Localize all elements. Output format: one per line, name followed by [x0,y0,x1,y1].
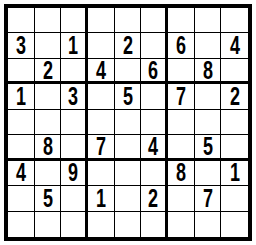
sudoku-cell[interactable]: 9 [61,161,88,186]
sudoku-cell[interactable] [35,33,62,58]
sudoku-cell[interactable]: 1 [8,84,35,109]
sudoku-cell[interactable]: 8 [195,59,222,84]
sudoku-cell[interactable] [168,8,195,33]
sudoku-cell[interactable] [61,135,88,160]
sudoku-cell[interactable] [88,110,115,135]
given-digit: 2 [148,186,158,211]
given-digit: 7 [202,186,212,211]
sudoku-page: 31264246813572874549815127 [0,0,256,245]
sudoku-cell[interactable] [115,110,142,135]
sudoku-cell[interactable] [8,59,35,84]
sudoku-cell[interactable]: 7 [168,84,195,109]
sudoku-cell[interactable]: 5 [195,135,222,160]
given-digit: 4 [96,59,106,83]
sudoku-cell[interactable] [61,8,88,33]
given-digit: 5 [42,186,52,211]
given-digit: 6 [176,33,186,58]
sudoku-cell[interactable] [115,8,142,33]
sudoku-cell[interactable] [115,135,142,160]
sudoku-cell[interactable] [61,110,88,135]
sudoku-cell[interactable] [195,110,222,135]
given-digit: 4 [230,33,240,58]
sudoku-cell[interactable] [8,110,35,135]
sudoku-cell[interactable] [35,212,62,237]
sudoku-cell[interactable] [168,186,195,211]
sudoku-cell[interactable] [141,8,168,33]
sudoku-cell[interactable] [195,33,222,58]
sudoku-cell[interactable]: 4 [141,135,168,160]
given-digit: 4 [148,135,158,159]
sudoku-cell[interactable]: 1 [88,186,115,211]
sudoku-cell[interactable]: 8 [35,135,62,160]
sudoku-cell[interactable] [115,161,142,186]
sudoku-cell[interactable]: 4 [88,59,115,84]
given-digit: 2 [122,33,132,58]
given-digit: 8 [176,161,186,186]
sudoku-cell[interactable] [8,8,35,33]
given-digit: 5 [122,84,132,109]
sudoku-cell[interactable]: 8 [168,161,195,186]
sudoku-cell[interactable]: 4 [8,161,35,186]
given-digit: 4 [16,161,26,186]
sudoku-cell[interactable] [61,212,88,237]
sudoku-cell[interactable] [141,33,168,58]
given-digit: 3 [68,84,78,109]
sudoku-cell[interactable] [141,110,168,135]
sudoku-cell[interactable]: 7 [195,186,222,211]
sudoku-cell[interactable] [221,59,248,84]
sudoku-cell[interactable] [61,186,88,211]
sudoku-cell[interactable] [35,161,62,186]
sudoku-cell[interactable]: 1 [221,161,248,186]
given-digit: 1 [230,161,240,186]
sudoku-cell[interactable] [61,59,88,84]
given-digit: 5 [202,135,212,159]
sudoku-cell[interactable] [168,110,195,135]
given-digit: 7 [176,84,186,109]
sudoku-cell[interactable] [88,84,115,109]
sudoku-cell[interactable] [115,59,142,84]
sudoku-cell[interactable]: 4 [221,33,248,58]
sudoku-cell[interactable]: 7 [88,135,115,160]
sudoku-cell[interactable] [168,212,195,237]
sudoku-cell[interactable] [35,8,62,33]
sudoku-cell[interactable]: 6 [141,59,168,84]
sudoku-cell[interactable] [221,8,248,33]
sudoku-cell[interactable] [195,8,222,33]
sudoku-cell[interactable]: 2 [115,33,142,58]
sudoku-cell[interactable] [195,212,222,237]
sudoku-cell[interactable] [168,59,195,84]
sudoku-cell[interactable] [195,84,222,109]
sudoku-cell[interactable] [141,84,168,109]
sudoku-cell[interactable] [221,135,248,160]
sudoku-cell[interactable]: 2 [221,84,248,109]
sudoku-cell[interactable]: 3 [61,84,88,109]
sudoku-cell[interactable] [88,8,115,33]
sudoku-cell[interactable] [35,110,62,135]
sudoku-cell[interactable] [35,84,62,109]
sudoku-cell[interactable]: 5 [115,84,142,109]
sudoku-cell[interactable] [115,212,142,237]
sudoku-cell[interactable] [221,110,248,135]
sudoku-cell[interactable] [168,135,195,160]
sudoku-cell[interactable] [115,186,142,211]
sudoku-cell[interactable]: 5 [35,186,62,211]
given-digit: 1 [96,186,106,211]
sudoku-cell[interactable] [221,212,248,237]
given-digit: 3 [16,33,26,58]
sudoku-cell[interactable]: 6 [168,33,195,58]
given-digit: 8 [42,135,52,159]
sudoku-cell[interactable]: 2 [35,59,62,84]
given-digit: 1 [68,33,78,58]
sudoku-cell[interactable] [88,212,115,237]
sudoku-cell[interactable] [88,161,115,186]
sudoku-cell[interactable] [8,135,35,160]
sudoku-cell[interactable] [141,212,168,237]
sudoku-cell[interactable]: 3 [8,33,35,58]
sudoku-cell[interactable] [195,161,222,186]
given-digit: 2 [230,84,240,109]
given-digit: 1 [16,84,26,109]
given-digit: 8 [202,59,212,83]
given-digit: 2 [42,59,52,83]
sudoku-cell[interactable] [141,161,168,186]
sudoku-board: 31264246813572874549815127 [4,4,252,241]
given-digit: 7 [96,135,106,159]
given-digit: 9 [68,161,78,186]
sudoku-cell[interactable]: 1 [61,33,88,58]
sudoku-cell[interactable]: 2 [141,186,168,211]
sudoku-cell[interactable] [221,186,248,211]
sudoku-cell[interactable] [8,186,35,211]
given-digit: 6 [148,59,158,83]
sudoku-cell[interactable] [88,33,115,58]
sudoku-cell[interactable] [8,212,35,237]
